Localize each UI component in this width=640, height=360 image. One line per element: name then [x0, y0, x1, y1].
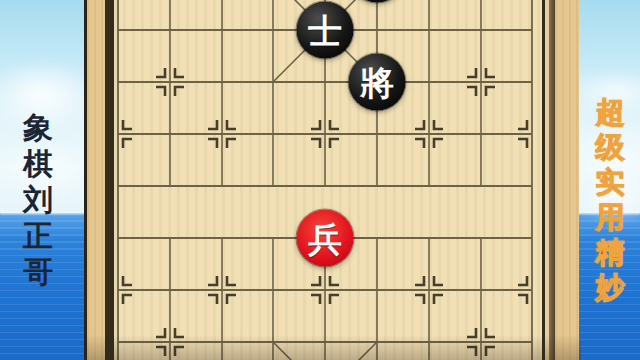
piece-glyph: 士 [308, 13, 342, 47]
piece-red-soldier[interactable]: 兵 [297, 210, 354, 267]
right-caption-char: 级 [592, 130, 628, 165]
right-caption-char: 超 [592, 95, 628, 130]
right-caption-char: 用 [592, 200, 628, 235]
left-caption-char: 棋 [20, 146, 56, 182]
right-caption-char: 实 [592, 165, 628, 200]
right-caption-char: 精 [592, 235, 628, 270]
right-caption-char: 妙 [592, 270, 628, 305]
left-caption-char: 刘 [20, 182, 56, 218]
left-caption-char: 象 [20, 110, 56, 146]
piece-glyph: 兵 [308, 221, 342, 255]
piece-black-advisor[interactable]: 士 [297, 2, 354, 59]
left-caption-char: 正 [20, 218, 56, 254]
left-caption: 象 棋 刘 正 哥 [20, 110, 56, 290]
piece-glyph: 將 [360, 65, 394, 99]
xiangqi-board[interactable]: 士士將兵 [84, 0, 578, 360]
left-caption-char: 哥 [20, 254, 56, 290]
piece-black-general[interactable]: 將 [349, 54, 406, 111]
video-frame: 象 棋 刘 正 哥 超 级 实 用 精 妙 士士將兵 [0, 0, 640, 360]
right-caption: 超 级 实 用 精 妙 [592, 95, 628, 305]
